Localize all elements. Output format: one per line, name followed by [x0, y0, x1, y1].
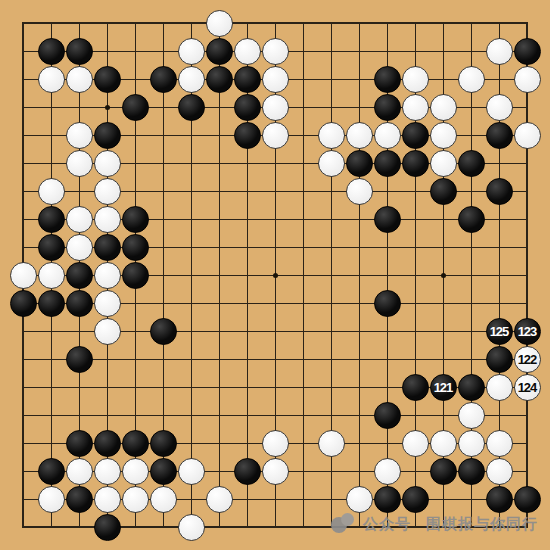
white-stone: [66, 150, 93, 177]
white-stone: [94, 458, 121, 485]
white-stone: [346, 178, 373, 205]
white-stone: [486, 38, 513, 65]
black-stone: [458, 150, 485, 177]
white-stone: [514, 122, 541, 149]
black-stone: [374, 402, 401, 429]
black-stone: [374, 150, 401, 177]
black-stone: [38, 206, 65, 233]
white-stone: [178, 66, 205, 93]
black-stone: [38, 38, 65, 65]
white-stone: [66, 234, 93, 261]
black-stone: [234, 94, 261, 121]
white-stone: [374, 122, 401, 149]
white-stone: [346, 486, 373, 513]
black-stone: [94, 514, 121, 541]
white-stone: [402, 66, 429, 93]
white-stone: [262, 94, 289, 121]
white-stone: [318, 150, 345, 177]
black-stone: [66, 486, 93, 513]
black-stone: [374, 94, 401, 121]
white-stone: [262, 122, 289, 149]
white-stone: [94, 290, 121, 317]
black-stone: [402, 374, 429, 401]
white-stone: [66, 206, 93, 233]
white-stone: [486, 430, 513, 457]
black-stone: 121: [430, 374, 457, 401]
black-stone: [374, 290, 401, 317]
black-stone: 123: [514, 318, 541, 345]
white-stone: [430, 430, 457, 457]
black-stone: [122, 94, 149, 121]
black-stone: [94, 430, 121, 457]
black-stone: [94, 66, 121, 93]
black-stone: [206, 38, 233, 65]
white-stone: [514, 66, 541, 93]
white-stone: [234, 38, 261, 65]
white-stone: [262, 430, 289, 457]
black-stone: [514, 486, 541, 513]
white-stone: [402, 430, 429, 457]
white-stone: [430, 150, 457, 177]
black-stone: [66, 430, 93, 457]
white-stone: [206, 10, 233, 37]
white-stone: [262, 458, 289, 485]
black-stone: [122, 430, 149, 457]
black-stone: [430, 178, 457, 205]
star-point: [273, 273, 278, 278]
black-stone: [486, 178, 513, 205]
star-point: [105, 105, 110, 110]
white-stone: [38, 66, 65, 93]
star-point: [441, 273, 446, 278]
black-stone: [402, 486, 429, 513]
black-stone: [486, 486, 513, 513]
white-stone: [10, 262, 37, 289]
black-stone: [374, 486, 401, 513]
white-stone: [346, 122, 373, 149]
white-stone: [402, 94, 429, 121]
black-stone: [458, 206, 485, 233]
white-stone: [458, 402, 485, 429]
black-stone: [94, 234, 121, 261]
black-stone: [206, 66, 233, 93]
white-stone: [430, 122, 457, 149]
white-stone: [94, 318, 121, 345]
board-grid-line: [23, 359, 527, 360]
white-stone: [318, 430, 345, 457]
black-stone: [150, 458, 177, 485]
black-stone: [66, 38, 93, 65]
white-stone: [206, 486, 233, 513]
white-stone: [318, 122, 345, 149]
white-stone: [94, 150, 121, 177]
black-stone: [122, 206, 149, 233]
white-stone: 124: [514, 374, 541, 401]
watermark-name: 围棋报与你同行: [426, 515, 538, 532]
black-stone: [346, 150, 373, 177]
white-stone: [458, 430, 485, 457]
white-stone: [94, 206, 121, 233]
black-stone: [150, 430, 177, 457]
white-stone: [178, 458, 205, 485]
black-stone: [402, 150, 429, 177]
white-stone: [66, 458, 93, 485]
black-stone: [458, 374, 485, 401]
go-diagram-page: 125123122121124 公众号围棋报与你同行: [0, 0, 550, 550]
board-grid-line: [23, 415, 527, 416]
white-stone: [262, 66, 289, 93]
white-stone: [262, 38, 289, 65]
white-stone: [178, 38, 205, 65]
board-grid-line: [359, 23, 360, 527]
white-stone: [374, 458, 401, 485]
move-number-label: 123: [518, 325, 537, 338]
wechat-logo-icon: [331, 513, 355, 535]
move-number-label: 124: [518, 381, 537, 394]
move-number-label: 122: [518, 353, 537, 366]
white-stone: [38, 262, 65, 289]
white-stone: [66, 66, 93, 93]
white-stone: [458, 66, 485, 93]
board-grid-line: [303, 23, 304, 527]
black-stone: [178, 94, 205, 121]
white-stone: [38, 486, 65, 513]
black-stone: [458, 458, 485, 485]
black-stone: [150, 66, 177, 93]
black-stone: [66, 346, 93, 373]
white-stone: [122, 458, 149, 485]
white-stone: [94, 178, 121, 205]
black-stone: [38, 290, 65, 317]
white-stone: [430, 94, 457, 121]
white-stone: [150, 486, 177, 513]
move-number-label: 121: [434, 381, 453, 394]
black-stone: [122, 234, 149, 261]
white-stone: [486, 94, 513, 121]
white-stone: [486, 458, 513, 485]
black-stone: [234, 122, 261, 149]
go-board: 125123122121124: [0, 0, 550, 550]
black-stone: [430, 458, 457, 485]
black-stone: [10, 290, 37, 317]
watermark-prefix: 公众号: [363, 515, 411, 532]
black-stone: [122, 262, 149, 289]
white-stone: [486, 374, 513, 401]
black-stone: [514, 38, 541, 65]
black-stone: [486, 122, 513, 149]
black-stone: 125: [486, 318, 513, 345]
white-stone: [122, 486, 149, 513]
white-stone: [178, 514, 205, 541]
white-stone: 122: [514, 346, 541, 373]
white-stone: [94, 486, 121, 513]
white-stone: [66, 122, 93, 149]
watermark-text: 公众号围棋报与你同行: [363, 515, 538, 534]
black-stone: [66, 262, 93, 289]
white-stone: [38, 178, 65, 205]
black-stone: [38, 458, 65, 485]
black-stone: [234, 66, 261, 93]
black-stone: [66, 290, 93, 317]
white-stone: [94, 262, 121, 289]
black-stone: [486, 346, 513, 373]
move-number-label: 125: [490, 325, 509, 338]
black-stone: [38, 234, 65, 261]
black-stone: [374, 206, 401, 233]
watermark: 公众号围棋报与你同行: [331, 512, 538, 536]
black-stone: [94, 122, 121, 149]
black-stone: [234, 458, 261, 485]
black-stone: [402, 122, 429, 149]
black-stone: [150, 318, 177, 345]
black-stone: [374, 66, 401, 93]
